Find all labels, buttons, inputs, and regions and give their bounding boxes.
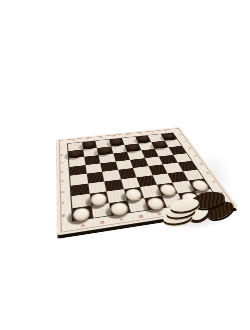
rank-label-5: 5 xyxy=(59,176,66,187)
rank-label-7: 7 xyxy=(59,197,67,210)
rank-labels-left: 12345678 xyxy=(58,144,67,224)
file-label-B: B xyxy=(92,220,113,227)
rank-label-4: 4 xyxy=(190,152,201,160)
rank-label-6: 6 xyxy=(59,186,66,198)
file-label-C: C xyxy=(112,217,132,224)
square-A8 xyxy=(72,205,92,221)
rank-label-2: 2 xyxy=(59,151,65,159)
file-label-D: D xyxy=(131,214,151,221)
file-label-A: A xyxy=(72,223,93,230)
rank-label-1: 1 xyxy=(176,132,185,139)
square-H2 xyxy=(164,139,181,147)
rank-label-2: 2 xyxy=(180,138,190,145)
rank-label-3: 3 xyxy=(59,159,65,168)
rank-label-1: 1 xyxy=(58,144,64,152)
rank-label-4: 4 xyxy=(59,167,66,177)
rank-label-8: 8 xyxy=(60,209,68,223)
checkers-set-product-photo: ABCDEFGH ABCDEFGH 12345678 12345678 xyxy=(0,0,250,330)
